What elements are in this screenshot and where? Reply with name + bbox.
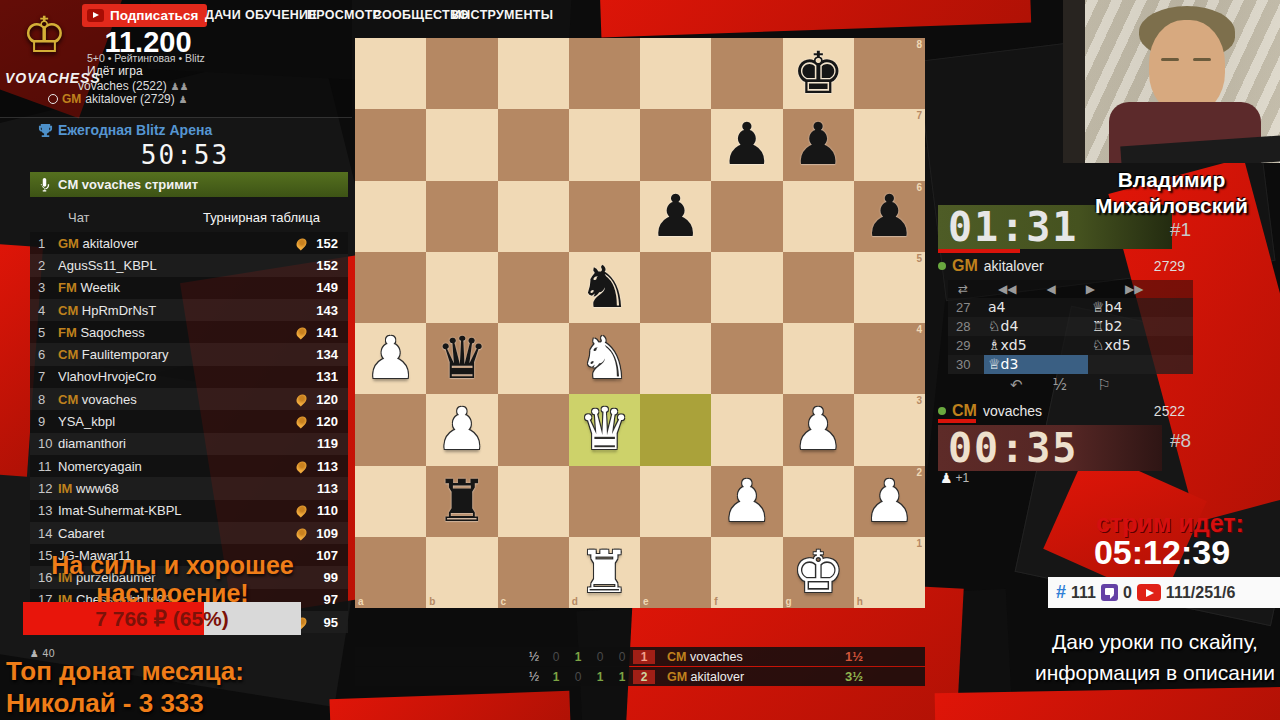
square-h6[interactable]: ♟6 <box>854 181 925 252</box>
twitch-count: 0 <box>1123 584 1132 602</box>
square-d3[interactable]: ♛ <box>569 394 640 465</box>
square-c8[interactable] <box>498 38 569 109</box>
game-result: 0 <box>611 650 633 664</box>
game-result: 1 <box>567 650 589 664</box>
black-rook-b2[interactable]: ♜ <box>436 466 488 537</box>
white-pawn-g3[interactable]: ♟ <box>792 394 844 465</box>
standings-player: Imat-Suhermat-KBPL <box>58 503 297 518</box>
score-row: ½01001CM vovaches1½ <box>355 647 925 666</box>
pawn-icons: ♟♟ <box>171 81 189 92</box>
move-number: 27 <box>948 300 984 315</box>
webcam-view <box>1063 0 1280 163</box>
move-row: 30♕d3 <box>948 355 1193 374</box>
white-rank-badge: #8 <box>1170 430 1191 452</box>
draw-offer-icon[interactable]: ½ <box>1053 376 1068 394</box>
standings-score: 120 <box>310 414 338 429</box>
donation-progress-text: 7 766 ₽ (65%) <box>23 602 301 635</box>
streamer-banner: CM vovaches стримит <box>30 172 348 197</box>
square-e8[interactable] <box>640 38 711 109</box>
standings-row[interactable]: 14Cabaret109 <box>30 522 348 544</box>
webcam-person-face <box>1149 20 1225 114</box>
white-player-line: vovaches (2522) ♟♟ <box>78 79 189 93</box>
black-knight-d5[interactable]: ♞ <box>578 252 630 323</box>
menu-item-5[interactable]: ИНСТРУМЕНТЫ <box>452 8 553 22</box>
white-king-g1[interactable]: ♚ <box>792 537 844 608</box>
divider <box>0 117 352 118</box>
square-h3[interactable]: 3 <box>854 394 925 465</box>
white-pawn-f2[interactable]: ♟ <box>721 466 773 537</box>
white-move[interactable]: ♕d3 <box>984 355 1088 374</box>
standings-rank: 9 <box>38 414 58 429</box>
eyebrow <box>1193 58 1211 61</box>
game-result: ½ <box>523 670 545 684</box>
standings-rank: 6 <box>38 347 58 362</box>
standings-rank: 13 <box>38 503 58 518</box>
rank-label-1: 1 <box>916 538 922 549</box>
square-e4[interactable] <box>640 323 711 394</box>
resign-flag-icon[interactable]: ⚐ <box>1097 376 1110 394</box>
score-player-name: CM vovaches <box>667 650 743 664</box>
white-rating: 2522 <box>1154 403 1185 419</box>
standings-score: 149 <box>310 280 338 295</box>
rank-label-2: 2 <box>916 467 922 478</box>
move-number: 28 <box>948 319 984 334</box>
move-number: 30 <box>948 357 984 372</box>
square-b7[interactable] <box>426 109 497 180</box>
black-rating: 2729 <box>1154 258 1185 274</box>
square-c4[interactable] <box>498 323 569 394</box>
standings-row[interactable]: 12IM www68113 <box>30 477 348 499</box>
webcam-name-line1: Владимир <box>1063 168 1280 192</box>
twitch-icon <box>1101 584 1118 601</box>
game-result: 1 <box>611 670 633 684</box>
game-result: ½ <box>523 650 545 664</box>
tournament-name[interactable]: Ежегодная Blitz Арена <box>58 122 212 138</box>
menu-item-1[interactable]: ДАЧИ <box>205 8 241 22</box>
square-a3[interactable] <box>355 394 426 465</box>
standings-rank: 2 <box>38 258 58 273</box>
time-control: 5+0 • Рейтинговая • Blitz <box>87 52 205 64</box>
black-player-line: GM akitalover (2729) ♟ <box>48 92 188 106</box>
square-g3[interactable]: ♟ <box>783 394 854 465</box>
match-score-table: ½01001CM vovaches1½½10112GM akitalover3½ <box>355 647 925 687</box>
standings-row[interactable]: 7VlahovHrvojeCro131 <box>30 366 348 388</box>
black-move[interactable] <box>1088 355 1192 374</box>
standings-score: 131 <box>310 369 338 384</box>
webcam-furniture <box>1063 0 1085 163</box>
square-f2[interactable]: ♟ <box>711 466 782 537</box>
lesson-note-line1: Даю уроки по скайпу, <box>1030 630 1280 654</box>
square-d2[interactable] <box>569 466 640 537</box>
rank-label-7: 7 <box>916 110 922 121</box>
file-label-d: d <box>572 596 578 607</box>
white-pawn-a4[interactable]: ♟ <box>365 323 417 394</box>
score-total: 3½ <box>845 669 863 684</box>
standings-rank: 3 <box>38 280 58 295</box>
standings-rank: 1 <box>38 236 58 251</box>
standings-player: FM Saqochess <box>58 325 297 340</box>
youtube-count: 111/251/6 <box>1166 584 1235 602</box>
standings-row[interactable]: 3FM Weetik149 <box>30 277 348 299</box>
hash-icon: # <box>1056 582 1066 603</box>
square-a2[interactable] <box>355 466 426 537</box>
standings-row[interactable]: 6CM Faulitemporary134 <box>30 343 348 365</box>
standings-rank: 14 <box>38 526 58 541</box>
square-f6[interactable] <box>711 181 782 252</box>
game-result: 1 <box>545 670 567 684</box>
standings-rank: 11 <box>38 459 58 474</box>
file-label-e: e <box>643 596 649 607</box>
first-move-icon[interactable]: ◀◀ <box>998 282 1016 296</box>
bg-red-block <box>935 687 1280 720</box>
standings-row[interactable]: 2AgusSs11_KBPL152 <box>30 254 348 276</box>
square-f3[interactable] <box>711 394 782 465</box>
subscribe-button[interactable]: Подписаться <box>82 4 207 27</box>
eyebrow <box>1161 58 1179 61</box>
square-d4[interactable]: ♞ <box>569 323 640 394</box>
square-h1[interactable]: 1h <box>854 537 925 608</box>
standings-player: GM akitalover <box>58 236 297 251</box>
streamer-banner-text: CM vovaches стримит <box>58 177 198 192</box>
square-b1[interactable]: b <box>426 537 497 608</box>
square-f5[interactable] <box>711 252 782 323</box>
youtube-icon <box>1137 584 1161 601</box>
standings-score: 152 <box>310 258 338 273</box>
square-e3[interactable] <box>640 394 711 465</box>
standings-player: Nomercyagain <box>58 459 297 474</box>
microphone-icon <box>39 178 50 192</box>
black-pawn-g7[interactable]: ♟ <box>792 109 844 180</box>
white-clock: 00:35 <box>938 425 1162 471</box>
standings-score: 120 <box>310 392 338 407</box>
trophy-icon <box>38 123 53 138</box>
standings-row[interactable]: 1GM akitalover152 <box>30 232 348 254</box>
square-b5[interactable] <box>426 252 497 323</box>
stream-overlay: ♔ VOVACHESS Подписаться 11.200 5+0 • Рей… <box>0 0 1280 720</box>
color-ring-icon <box>48 94 58 104</box>
white-time-bar <box>938 419 976 423</box>
square-c1[interactable]: c <box>498 537 569 608</box>
move-list-panel: ⇄◀◀◀▶▶▶27a4♕b428♘d4♖b229♗xd5♘xd530♕d3 <box>948 280 1193 374</box>
square-e2[interactable] <box>640 466 711 537</box>
square-a7[interactable] <box>355 109 426 180</box>
black-time-bar <box>938 249 1020 253</box>
standings-player: Cabaret <box>58 526 297 541</box>
game-status: Идёт игра <box>87 64 143 78</box>
black-player-row: GM akitalover 2729 <box>938 257 1185 275</box>
standings-score: 95 <box>310 615 338 630</box>
square-g7[interactable]: ♟ <box>783 109 854 180</box>
standings-row[interactable]: 10diamanthori119 <box>30 433 348 455</box>
subscribe-label: Подписаться <box>110 8 198 23</box>
move-row: 27a4♕b4 <box>948 298 1193 317</box>
square-b8[interactable] <box>426 38 497 109</box>
file-label-a: a <box>358 596 364 607</box>
square-g6[interactable] <box>783 181 854 252</box>
standings-row[interactable]: 9YSA_kbpl120 <box>30 410 348 432</box>
top-donation-title: Топ донат месяца: <box>6 656 244 687</box>
rank-label-6: 6 <box>916 182 922 193</box>
top-donation-value: Николай - 3 333 <box>6 688 204 719</box>
standings-score: 119 <box>310 436 338 451</box>
standings-rank: 10 <box>38 436 58 451</box>
square-f4[interactable] <box>711 323 782 394</box>
black-queen-b4[interactable]: ♛ <box>436 323 488 394</box>
square-b6[interactable] <box>426 181 497 252</box>
white-queen-d3[interactable]: ♛ <box>578 394 630 465</box>
black-king-g8[interactable]: ♚ <box>792 38 844 109</box>
cheer-message-line1: На силы и хорошее <box>0 551 345 580</box>
square-e6[interactable]: ♟ <box>640 181 711 252</box>
square-d6[interactable] <box>569 181 640 252</box>
standings-row[interactable]: 11Nomercyagain113 <box>30 455 348 477</box>
black-pawn-f7[interactable]: ♟ <box>721 109 773 180</box>
score-row: ½10112GM akitalover3½ <box>355 667 925 686</box>
square-c2[interactable] <box>498 466 569 537</box>
standings-player: CM HpRmDrNsT <box>58 303 310 318</box>
standings-row[interactable]: 4CM HpRmDrNsT143 <box>30 299 348 321</box>
game-result: 0 <box>567 670 589 684</box>
white-rook-d1[interactable]: ♜ <box>578 537 630 608</box>
square-e1[interactable]: e <box>640 537 711 608</box>
menu-item-3[interactable]: ПРОСМОТР <box>307 8 381 22</box>
move-row: 28♘d4♖b2 <box>948 317 1193 336</box>
standings-player: CM vovaches <box>58 392 297 407</box>
black-move[interactable]: ♖b2 <box>1088 317 1192 336</box>
standings-score: 113 <box>310 459 338 474</box>
tournament-clock: 50:53 <box>130 140 240 170</box>
white-pawn-b3[interactable]: ♟ <box>436 394 488 465</box>
standings-score: 143 <box>310 303 338 318</box>
white-knight-d4[interactable]: ♞ <box>578 323 630 394</box>
standings-player: YSA_kbpl <box>58 414 297 429</box>
channel-logo-icon: ♔ <box>22 6 67 64</box>
takeback-icon[interactable]: ↶ <box>1010 376 1023 394</box>
uptime-value: 05:12:39 <box>1062 533 1262 572</box>
black-move[interactable]: ♕b4 <box>1088 298 1192 317</box>
square-a6[interactable] <box>355 181 426 252</box>
white-move[interactable]: a4 <box>984 298 1088 317</box>
flip-board-icon[interactable]: ⇄ <box>958 282 968 296</box>
square-b4[interactable]: ♛ <box>426 323 497 394</box>
square-f1[interactable]: f <box>711 537 782 608</box>
square-c7[interactable] <box>498 109 569 180</box>
square-c3[interactable] <box>498 394 569 465</box>
standings-score: 113 <box>310 481 338 496</box>
tab-tournament-table[interactable]: Турнирная таблица <box>203 210 320 225</box>
square-e7[interactable] <box>640 109 711 180</box>
standings-player: IM www68 <box>58 481 310 496</box>
standings-score: 141 <box>310 325 338 340</box>
pawn-icon: ♟ <box>179 94 188 105</box>
black-pawn-e6[interactable]: ♟ <box>650 181 702 252</box>
square-f7[interactable]: ♟ <box>711 109 782 180</box>
white-move[interactable]: ♘d4 <box>984 317 1088 336</box>
standings-rank: 8 <box>38 392 58 407</box>
rank-label-3: 3 <box>916 395 922 406</box>
standings-score: 152 <box>310 236 338 251</box>
rank-label-5: 5 <box>916 253 922 264</box>
chess-board[interactable]: ♚8♟♟7♟♟6♞5♟♛♞4♟♛♟3♜♟♟2abc♜def♚g1h <box>355 38 925 608</box>
current-game-cell: 1 <box>633 650 655 664</box>
standings-score: 109 <box>310 526 338 541</box>
standings-rank: 7 <box>38 369 58 384</box>
next-move-icon[interactable]: ▶ <box>1086 282 1095 296</box>
square-d1[interactable]: ♜d <box>569 537 640 608</box>
square-c5[interactable] <box>498 252 569 323</box>
square-b2[interactable]: ♜ <box>426 466 497 537</box>
lesson-note-line2: информация в описании <box>1030 661 1280 685</box>
standings-rank: 5 <box>38 325 58 340</box>
square-h4[interactable]: 4 <box>854 323 925 394</box>
hash-count: 111 <box>1071 584 1096 602</box>
square-g2[interactable] <box>783 466 854 537</box>
black-rank-badge: #1 <box>1170 219 1191 241</box>
square-h2[interactable]: ♟2 <box>854 466 925 537</box>
game-action-buttons: ↶½⚐ <box>1010 376 1111 394</box>
square-e5[interactable] <box>640 252 711 323</box>
standings-player: VlahovHrvojeCro <box>58 369 310 384</box>
standings-row[interactable]: 5FM Saqochess141 <box>30 321 348 343</box>
square-a4[interactable]: ♟ <box>355 323 426 394</box>
white-pawn-h2[interactable]: ♟ <box>863 466 915 537</box>
square-b3[interactable]: ♟ <box>426 394 497 465</box>
standings-player: FM Weetik <box>58 280 310 295</box>
donation-progress-bar: 7 766 ₽ (65%) <box>23 602 301 635</box>
square-d7[interactable] <box>569 109 640 180</box>
online-dot-icon <box>938 407 946 415</box>
standings-rank: 12 <box>38 481 58 496</box>
square-a5[interactable] <box>355 252 426 323</box>
square-g4[interactable] <box>783 323 854 394</box>
standings-row[interactable]: 13Imat-Suhermat-KBPL110 <box>30 500 348 522</box>
black-pawn-h6[interactable]: ♟ <box>863 181 915 252</box>
bg-red-block <box>329 691 570 720</box>
square-g1[interactable]: ♚g <box>783 537 854 608</box>
black-move[interactable]: ♘xd5 <box>1088 336 1192 355</box>
square-d5[interactable]: ♞ <box>569 252 640 323</box>
file-label-f: f <box>714 596 717 607</box>
tab-chat[interactable]: Чат <box>68 210 90 225</box>
square-c6[interactable] <box>498 181 569 252</box>
square-h7[interactable]: 7 <box>854 109 925 180</box>
score-total: 1½ <box>845 649 863 664</box>
standings-row[interactable]: 8CM vovaches120 <box>30 388 348 410</box>
move-number: 29 <box>948 338 984 353</box>
file-label-g: g <box>786 596 792 607</box>
square-g8[interactable]: ♚ <box>783 38 854 109</box>
webcam-name-line2: Михайловский <box>1063 194 1280 218</box>
square-g5[interactable] <box>783 252 854 323</box>
material-advantage: ♟ +1 <box>940 470 969 486</box>
file-label-c: c <box>501 596 507 607</box>
bg-red-block <box>599 0 1031 37</box>
square-a1[interactable]: a <box>355 537 426 608</box>
square-a8[interactable] <box>355 38 426 109</box>
square-d8[interactable] <box>569 38 640 109</box>
game-result: 0 <box>545 650 567 664</box>
file-label-h: h <box>857 596 863 607</box>
pawn-icon: ♟ <box>940 470 953 486</box>
last-move-icon[interactable]: ▶▶ <box>1125 282 1143 296</box>
standings-rank: 4 <box>38 303 58 318</box>
online-dot-icon <box>938 262 946 270</box>
square-h8[interactable]: 8 <box>854 38 925 109</box>
current-game-cell: 2 <box>633 670 655 684</box>
square-f8[interactable] <box>711 38 782 109</box>
standings-score: 134 <box>310 347 338 362</box>
rank-label-8: 8 <box>916 39 922 50</box>
rank-label-4: 4 <box>916 324 922 335</box>
move-nav-row: ⇄◀◀◀▶▶▶ <box>948 280 1193 298</box>
social-counter-bar: # 111 0 111/251/6 <box>1048 577 1280 608</box>
square-h5[interactable]: 5 <box>854 252 925 323</box>
prev-move-icon[interactable]: ◀ <box>1047 282 1056 296</box>
file-label-b: b <box>429 596 435 607</box>
white-player-row: CM vovaches 2522 <box>938 402 1185 420</box>
game-result: 0 <box>589 650 611 664</box>
move-row: 29♗xd5♘xd5 <box>948 336 1193 355</box>
white-move[interactable]: ♗xd5 <box>984 336 1088 355</box>
standings-score: 110 <box>310 503 338 518</box>
score-player-name: GM akitalover <box>667 670 744 684</box>
standings-player: diamanthori <box>58 436 310 451</box>
game-result: 1 <box>589 670 611 684</box>
standings-player: AgusSs11_KBPL <box>58 258 310 273</box>
standings-player: CM Faulitemporary <box>58 347 310 362</box>
youtube-play-icon <box>87 9 104 22</box>
